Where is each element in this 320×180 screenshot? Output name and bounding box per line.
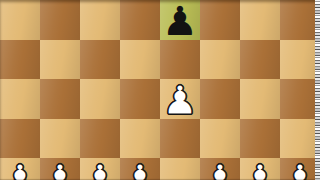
square-d2[interactable]: ♟	[120, 158, 160, 180]
square-f3[interactable]	[200, 119, 240, 159]
video-noise-artifact	[315, 0, 320, 180]
square-g6[interactable]	[240, 0, 280, 40]
video-frame: ♟♟♟♟♟♟♟♟♟	[0, 0, 320, 180]
white-pawn-e4[interactable]: ♟	[162, 80, 198, 120]
square-d6[interactable]	[120, 0, 160, 40]
square-b4[interactable]	[40, 79, 80, 119]
square-e2[interactable]	[160, 158, 200, 180]
square-c3[interactable]	[80, 119, 120, 159]
square-b6[interactable]	[40, 0, 80, 40]
black-pawn-e6[interactable]: ♟	[162, 1, 198, 41]
square-h6[interactable]	[280, 0, 320, 40]
square-g4[interactable]	[240, 79, 280, 119]
square-c2[interactable]: ♟	[80, 158, 120, 180]
white-pawn-h2[interactable]: ♟	[282, 159, 318, 180]
square-d5[interactable]	[120, 40, 160, 80]
square-c5[interactable]	[80, 40, 120, 80]
white-pawn-g2[interactable]: ♟	[242, 159, 278, 180]
white-pawn-d2[interactable]: ♟	[122, 159, 158, 180]
square-f2[interactable]: ♟	[200, 158, 240, 180]
square-b5[interactable]	[40, 40, 80, 80]
square-h2[interactable]: ♟	[280, 158, 320, 180]
square-e3[interactable]	[160, 119, 200, 159]
square-e6[interactable]: ♟	[160, 0, 200, 40]
white-pawn-a2[interactable]: ♟	[2, 159, 38, 180]
square-h5[interactable]	[280, 40, 320, 80]
square-h3[interactable]	[280, 119, 320, 159]
square-g5[interactable]	[240, 40, 280, 80]
white-pawn-c2[interactable]: ♟	[82, 159, 118, 180]
white-pawn-b2[interactable]: ♟	[42, 159, 78, 180]
square-b3[interactable]	[40, 119, 80, 159]
square-a5[interactable]	[0, 40, 40, 80]
square-e4[interactable]: ♟	[160, 79, 200, 119]
square-a4[interactable]	[0, 79, 40, 119]
square-h4[interactable]	[280, 79, 320, 119]
square-b2[interactable]: ♟	[40, 158, 80, 180]
square-f4[interactable]	[200, 79, 240, 119]
white-pawn-f2[interactable]: ♟	[202, 159, 238, 180]
square-c6[interactable]	[80, 0, 120, 40]
square-a2[interactable]: ♟	[0, 158, 40, 180]
square-a6[interactable]	[0, 0, 40, 40]
square-d3[interactable]	[120, 119, 160, 159]
square-g2[interactable]: ♟	[240, 158, 280, 180]
square-c4[interactable]	[80, 79, 120, 119]
chess-board: ♟♟♟♟♟♟♟♟♟	[0, 0, 320, 180]
square-e5[interactable]	[160, 40, 200, 80]
square-f5[interactable]	[200, 40, 240, 80]
square-a3[interactable]	[0, 119, 40, 159]
square-f6[interactable]	[200, 0, 240, 40]
square-d4[interactable]	[120, 79, 160, 119]
square-g3[interactable]	[240, 119, 280, 159]
